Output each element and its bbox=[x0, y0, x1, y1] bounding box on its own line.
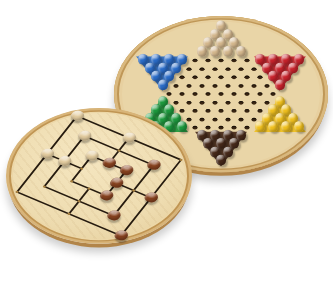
peg-brown[interactable] bbox=[142, 190, 160, 204]
peg-brown[interactable] bbox=[105, 208, 123, 222]
peg-brown[interactable] bbox=[145, 158, 163, 172]
peg-brown[interactable] bbox=[98, 189, 116, 203]
peg-light-wood[interactable] bbox=[56, 154, 74, 168]
peg-brown[interactable] bbox=[100, 156, 118, 170]
peg-natural[interactable] bbox=[197, 45, 207, 56]
peg-light-wood[interactable] bbox=[38, 147, 56, 161]
peg-red[interactable] bbox=[275, 79, 285, 90]
morris-point bbox=[80, 167, 84, 170]
peg-light-wood[interactable] bbox=[76, 129, 94, 143]
morris-point bbox=[70, 180, 74, 183]
morris-point bbox=[117, 149, 121, 152]
morris-point bbox=[67, 212, 71, 215]
peg-yellow[interactable] bbox=[294, 121, 304, 132]
peg-brown[interactable] bbox=[112, 228, 130, 242]
peg-light-wood[interactable] bbox=[68, 109, 86, 123]
peg-yellow[interactable] bbox=[255, 121, 265, 132]
morris-point bbox=[179, 158, 183, 161]
peg-light-wood[interactable] bbox=[120, 131, 138, 145]
peg-natural[interactable] bbox=[210, 45, 220, 56]
product-photo bbox=[0, 0, 333, 285]
morris-point bbox=[87, 187, 91, 190]
peg-blue[interactable] bbox=[158, 79, 168, 90]
peg-natural[interactable] bbox=[236, 45, 246, 56]
peg-yellow[interactable] bbox=[281, 121, 291, 132]
peg-brown[interactable] bbox=[108, 176, 126, 190]
peg-brown[interactable] bbox=[118, 163, 136, 177]
peg-light-wood[interactable] bbox=[83, 149, 101, 163]
morris-point bbox=[132, 189, 136, 192]
morris-point bbox=[15, 190, 19, 193]
peg-natural[interactable] bbox=[223, 45, 233, 56]
morris-point bbox=[77, 200, 81, 203]
peg-yellow[interactable] bbox=[268, 121, 278, 132]
morris-point bbox=[42, 185, 46, 188]
nine-mens-morris-board bbox=[6, 108, 192, 244]
